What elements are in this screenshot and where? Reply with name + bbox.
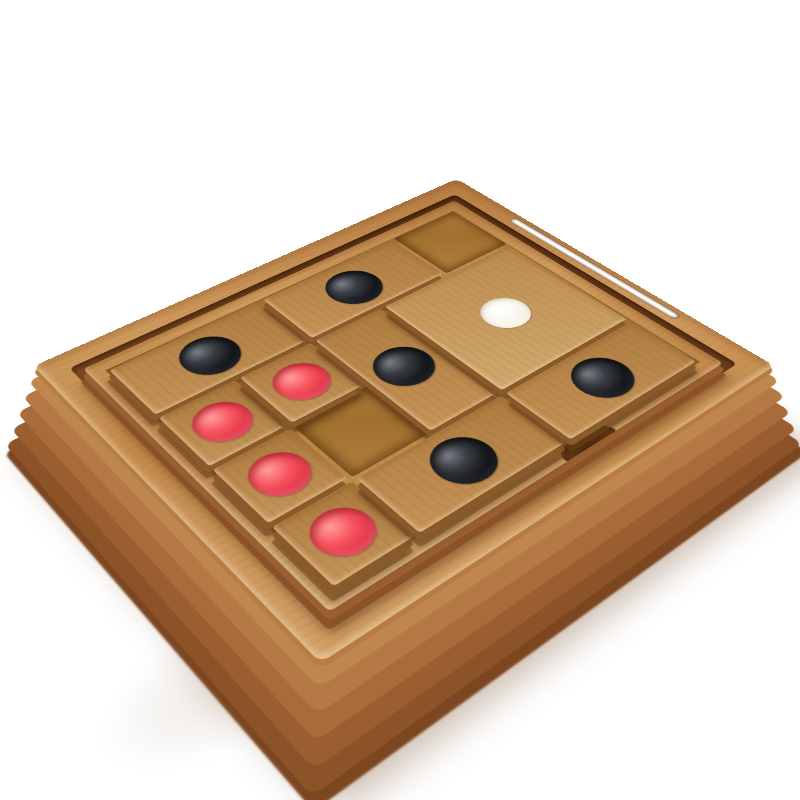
red-dot	[261, 356, 342, 408]
red-dot	[181, 394, 265, 450]
white-dot	[470, 292, 541, 334]
red-dot	[236, 444, 324, 506]
black-dot	[415, 428, 511, 494]
black-dot	[167, 329, 253, 383]
puzzle-board	[105, 211, 700, 591]
puzzle-box-scene	[33, 179, 774, 663]
outer-storage-box	[33, 179, 774, 663]
black-dot	[360, 339, 447, 394]
black-dot	[558, 350, 647, 406]
black-dot	[314, 264, 394, 311]
product-photo-canvas	[0, 0, 800, 800]
puzzle-tray-frame	[83, 201, 723, 612]
red-dot	[296, 498, 389, 566]
